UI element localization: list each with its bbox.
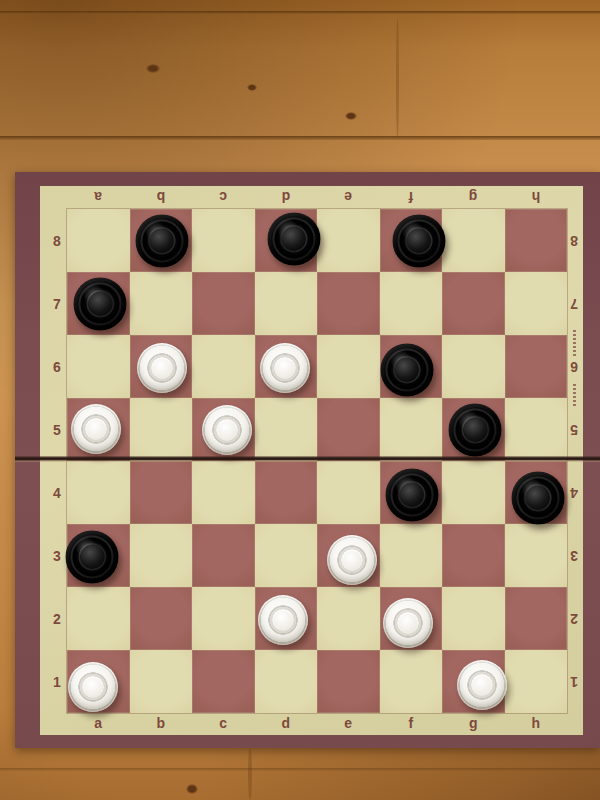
black-piece-b8[interactable] (135, 214, 188, 267)
black-piece-d8[interactable] (267, 212, 320, 265)
black-piece-f8[interactable] (392, 214, 445, 267)
pieces-layer (0, 0, 600, 800)
white-piece-c5[interactable] (202, 405, 252, 455)
white-piece-b6[interactable] (137, 343, 187, 393)
white-piece-d6[interactable] (260, 343, 310, 393)
black-piece-f4[interactable] (385, 468, 438, 521)
white-piece-f2[interactable] (383, 598, 433, 648)
white-piece-a5[interactable] (71, 404, 121, 454)
white-piece-g1[interactable] (457, 660, 507, 710)
black-piece-f6[interactable] (380, 343, 433, 396)
photo-of-checkers-board: { "game": "checkers (draughts) on a fold… (0, 0, 600, 800)
white-piece-e3[interactable] (327, 535, 377, 585)
white-piece-a1[interactable] (68, 662, 118, 712)
black-piece-h4[interactable] (511, 471, 564, 524)
black-piece-a7[interactable] (74, 277, 127, 330)
black-piece-a3[interactable] (66, 530, 119, 583)
white-piece-d2[interactable] (258, 595, 308, 645)
black-piece-g5[interactable] (449, 403, 502, 456)
